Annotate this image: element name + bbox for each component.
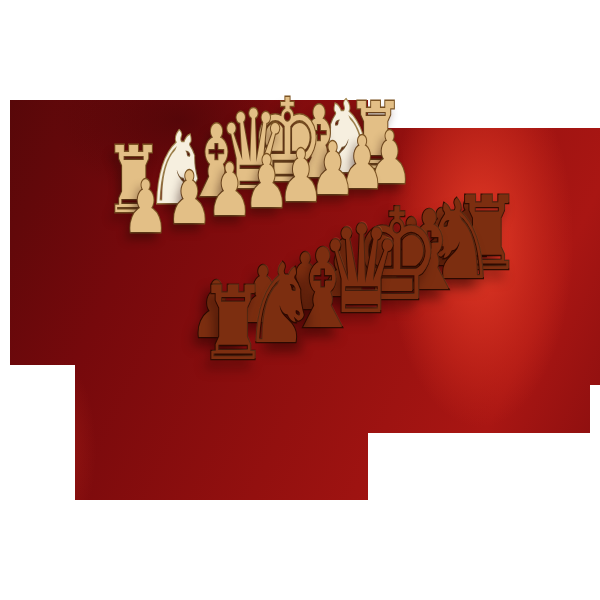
red-satin-background: [0, 0, 600, 600]
product-photo-page: 87654321ABCDEFGH ♜♞♝♟♚♟♛♟♝♟♞♟♜♟♟♟♟♟♜♟♞♟♝…: [0, 0, 600, 600]
photo-region: 87654321ABCDEFGH: [0, 0, 600, 600]
